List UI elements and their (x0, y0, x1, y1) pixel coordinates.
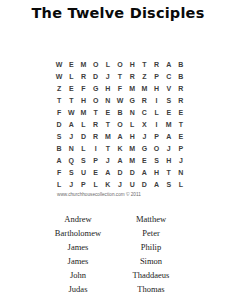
grid-cell-r1c7[interactable]: H (126, 59, 138, 71)
grid-cell-r6c3[interactable]: L (77, 119, 89, 131)
grid-cell-r5c4[interactable]: T (90, 107, 102, 119)
grid-cell-r5c11[interactable]: E (175, 107, 187, 119)
word-item: Philip (103, 240, 199, 254)
grid-cell-r2c8[interactable]: Z (138, 71, 150, 83)
grid-cell-r1c9[interactable]: R (150, 59, 162, 71)
grid-cell-r11c1[interactable]: L (53, 178, 65, 190)
grid-cell-r9c11[interactable]: J (175, 154, 187, 166)
grid-cell-r10c9[interactable]: H (150, 166, 162, 178)
grid-cell-r3c5[interactable]: H (102, 83, 114, 95)
grid-cell-r11c11[interactable]: L (175, 178, 187, 190)
puzzle-page: The Twelve Disciples WEMOLOHTRABWLRDJTRZ… (0, 0, 236, 305)
grid-cell-r6c8[interactable]: X (138, 119, 150, 131)
grid-cell-r2c10[interactable]: C (163, 71, 175, 83)
grid-cell-r11c8[interactable]: D (138, 178, 150, 190)
grid-cell-r4c1[interactable]: T (53, 95, 65, 107)
grid-cell-r1c6[interactable]: O (114, 59, 126, 71)
grid-cell-r6c5[interactable]: T (102, 119, 114, 131)
grid-cell-r11c5[interactable]: K (102, 178, 114, 190)
grid-cell-r2c5[interactable]: J (102, 71, 114, 83)
grid-cell-r5c2[interactable]: W (65, 107, 77, 119)
grid-cell-r6c4[interactable]: R (90, 119, 102, 131)
grid-cell-r2c7[interactable]: R (126, 71, 138, 83)
grid-cell-r11c6[interactable]: J (114, 178, 126, 190)
grid-cell-r5c5[interactable]: E (102, 107, 114, 119)
grid-cell-r10c1[interactable]: F (53, 166, 65, 178)
grid-cell-r10c7[interactable]: D (126, 166, 138, 178)
grid-cell-r1c8[interactable]: T (138, 59, 150, 71)
grid-cell-r4c8[interactable]: R (138, 95, 150, 107)
grid-cell-r7c6[interactable]: A (114, 130, 126, 142)
grid-cell-r8c9[interactable]: O (150, 142, 162, 154)
grid-cell-r5c3[interactable]: M (77, 107, 89, 119)
grid-cell-r11c2[interactable]: J (65, 178, 77, 190)
grid-cell-r8c5[interactable]: T (102, 142, 114, 154)
grid-cell-r8c6[interactable]: K (114, 142, 126, 154)
grid-cell-r3c4[interactable]: G (90, 83, 102, 95)
grid-cell-r7c5[interactable]: M (102, 130, 114, 142)
grid-cell-r10c10[interactable]: T (163, 166, 175, 178)
grid-cell-r9c10[interactable]: H (163, 154, 175, 166)
grid-cell-r2c4[interactable]: D (90, 71, 102, 83)
grid-cell-r11c4[interactable]: L (90, 178, 102, 190)
grid-cell-r4c11[interactable]: R (175, 95, 187, 107)
grid-cell-r9c1[interactable]: A (53, 154, 65, 166)
grid-cell-r4c10[interactable]: S (163, 95, 175, 107)
grid-cell-r6c7[interactable]: L (126, 119, 138, 131)
grid-cell-r6c9[interactable]: I (150, 119, 162, 131)
grid-cell-r5c9[interactable]: L (150, 107, 162, 119)
grid-cell-r4c5[interactable]: N (102, 95, 114, 107)
grid-cell-r2c11[interactable]: B (175, 71, 187, 83)
grid-cell-r9c3[interactable]: S (77, 154, 89, 166)
grid-cell-r2c1[interactable]: W (53, 71, 65, 83)
grid-cell-r7c7[interactable]: H (126, 130, 138, 142)
grid-cell-r7c10[interactable]: A (163, 130, 175, 142)
grid-cell-r5c10[interactable]: E (163, 107, 175, 119)
letter-grid: WEMOLOHTRABWLRDJTRZPCBZEFGHFMMHVRTTHONWG… (53, 59, 187, 190)
grid-cell-r7c3[interactable]: D (77, 130, 89, 142)
grid-cell-r8c7[interactable]: M (126, 142, 138, 154)
grid-cell-r10c11[interactable]: N (175, 166, 187, 178)
grid-cell-r10c8[interactable]: A (138, 166, 150, 178)
grid-cell-r3c11[interactable]: R (175, 83, 187, 95)
grid-cell-r3c1[interactable]: Z (53, 83, 65, 95)
grid-cell-r3c9[interactable]: H (150, 83, 162, 95)
grid-cell-r10c5[interactable]: A (102, 166, 114, 178)
grid-cell-r8c3[interactable]: L (77, 142, 89, 154)
grid-cell-r6c1[interactable]: D (53, 119, 65, 131)
grid-cell-r2c2[interactable]: L (65, 71, 77, 83)
grid-cell-r10c3[interactable]: U (77, 166, 89, 178)
grid-cell-r9c8[interactable]: E (138, 154, 150, 166)
grid-cell-r7c1[interactable]: S (53, 130, 65, 142)
grid-cell-r8c4[interactable]: I (90, 142, 102, 154)
word-column-right: MatthewPeterPhilipSimonThaddaeusThomas (103, 212, 199, 296)
grid-cell-r5c1[interactable]: F (53, 107, 65, 119)
grid-cell-r6c10[interactable]: M (163, 119, 175, 131)
grid-cell-r5c6[interactable]: B (114, 107, 126, 119)
grid-cell-r6c6[interactable]: O (114, 119, 126, 131)
grid-cell-r5c8[interactable]: C (138, 107, 150, 119)
grid-cell-r3c8[interactable]: M (138, 83, 150, 95)
grid-cell-r1c3[interactable]: M (77, 59, 89, 71)
grid-cell-r7c8[interactable]: J (138, 130, 150, 142)
word-item: Simon (103, 254, 199, 268)
grid-cell-r1c11[interactable]: B (175, 59, 187, 71)
grid-cell-r5c7[interactable]: N (126, 107, 138, 119)
grid-cell-r3c6[interactable]: F (114, 83, 126, 95)
grid-cell-r4c2[interactable]: T (65, 95, 77, 107)
grid-cell-r8c1[interactable]: B (53, 142, 65, 154)
word-item: Thomas (103, 282, 199, 296)
grid-cell-r6c2[interactable]: A (65, 119, 77, 131)
grid-cell-r1c4[interactable]: O (90, 59, 102, 71)
puzzle-title: The Twelve Disciples (0, 5, 236, 21)
grid-cell-r9c6[interactable]: A (114, 154, 126, 166)
grid-cell-r9c7[interactable]: M (126, 154, 138, 166)
grid-cell-r3c2[interactable]: E (65, 83, 77, 95)
grid-cell-r3c3[interactable]: F (77, 83, 89, 95)
grid-cell-r7c4[interactable]: R (90, 130, 102, 142)
grid-cell-r10c6[interactable]: D (114, 166, 126, 178)
grid-cell-r8c8[interactable]: G (138, 142, 150, 154)
grid-cell-r4c7[interactable]: G (126, 95, 138, 107)
grid-cell-r10c4[interactable]: E (90, 166, 102, 178)
grid-cell-r4c4[interactable]: O (90, 95, 102, 107)
grid-cell-r8c11[interactable]: P (175, 142, 187, 154)
copyright-credit: www.churchhousecollection.com © 2011 (57, 192, 141, 197)
grid-cell-r11c3[interactable]: P (77, 178, 89, 190)
grid-cell-r1c5[interactable]: L (102, 59, 114, 71)
word-item: Peter (103, 226, 199, 240)
grid-cell-r8c10[interactable]: J (163, 142, 175, 154)
grid-cell-r6c11[interactable]: T (175, 119, 187, 131)
grid-cell-r8c2[interactable]: N (65, 142, 77, 154)
grid-cell-r2c6[interactable]: T (114, 71, 126, 83)
grid-cell-r4c9[interactable]: I (150, 95, 162, 107)
grid-cell-r10c2[interactable]: S (65, 166, 77, 178)
grid-cell-r3c7[interactable]: M (126, 83, 138, 95)
word-item: Matthew (103, 212, 199, 226)
grid-cell-r4c6[interactable]: W (114, 95, 126, 107)
grid-cell-r9c2[interactable]: Q (65, 154, 77, 166)
grid-cell-r7c2[interactable]: J (65, 130, 77, 142)
grid-cell-r11c10[interactable]: S (163, 178, 175, 190)
grid-cell-r2c9[interactable]: P (150, 71, 162, 83)
grid-cell-r2c3[interactable]: R (77, 71, 89, 83)
grid-cell-r9c9[interactable]: S (150, 154, 162, 166)
grid-cell-r11c9[interactable]: A (150, 178, 162, 190)
grid-cell-r7c11[interactable]: E (175, 130, 187, 142)
grid-cell-r7c9[interactable]: P (150, 130, 162, 142)
grid-cell-r3c10[interactable]: V (163, 83, 175, 95)
grid-cell-r9c5[interactable]: J (102, 154, 114, 166)
grid-cell-r1c2[interactable]: E (65, 59, 77, 71)
word-item: Thaddaeus (103, 268, 199, 282)
grid-cell-r1c1[interactable]: W (53, 59, 65, 71)
grid-cell-r9c4[interactable]: P (90, 154, 102, 166)
grid-cell-r4c3[interactable]: H (77, 95, 89, 107)
grid-cell-r11c7[interactable]: U (126, 178, 138, 190)
grid-cell-r1c10[interactable]: A (163, 59, 175, 71)
